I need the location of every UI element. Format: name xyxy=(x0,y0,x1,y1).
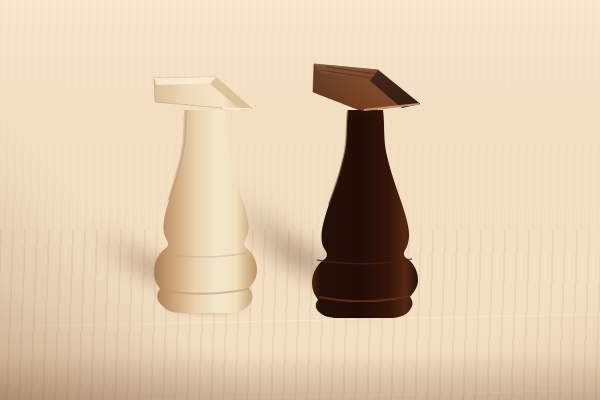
vignette-overlay xyxy=(0,0,600,400)
chessboard-photo xyxy=(0,0,600,400)
